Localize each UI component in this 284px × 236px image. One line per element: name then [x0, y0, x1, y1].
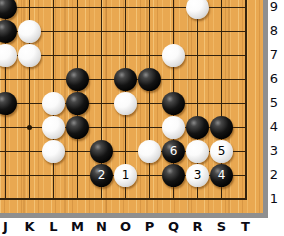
- stone-white-K7[interactable]: [18, 44, 41, 67]
- stone-white-R2[interactable]: 3: [186, 164, 209, 187]
- column-label-O: O: [118, 219, 134, 235]
- row-label-6: 6: [266, 71, 282, 87]
- grid-line-row-1: [0, 198, 247, 200]
- row-label-8: 8: [266, 23, 282, 39]
- go-board-diagram: 652134 987654321 JKLMNOPQRST: [0, 0, 284, 236]
- stone-white-Q7[interactable]: [162, 44, 185, 67]
- column-label-K: K: [22, 219, 38, 235]
- row-label-4: 4: [266, 119, 282, 135]
- column-label-S: S: [214, 219, 230, 235]
- column-label-M: M: [70, 219, 86, 235]
- column-label-L: L: [46, 219, 62, 235]
- column-label-J: J: [0, 219, 14, 235]
- stone-black-Q2[interactable]: [162, 164, 185, 187]
- stone-black-Q3[interactable]: 6: [162, 140, 185, 163]
- board-frame-bottom: [0, 213, 268, 218]
- stone-black-N2[interactable]: 2: [90, 164, 113, 187]
- stone-black-S4[interactable]: [210, 116, 233, 139]
- stone-white-Q4[interactable]: [162, 116, 185, 139]
- stone-black-P6[interactable]: [138, 68, 161, 91]
- stone-black-J8[interactable]: [0, 20, 17, 43]
- move-number-label: 3: [194, 169, 202, 181]
- stone-black-J9[interactable]: [0, 0, 17, 19]
- stone-white-R9[interactable]: [186, 0, 209, 19]
- row-label-5: 5: [266, 95, 282, 111]
- column-label-P: P: [142, 219, 158, 235]
- move-number-label: 4: [218, 169, 226, 181]
- stone-black-M6[interactable]: [66, 68, 89, 91]
- star-point-K4: [27, 125, 32, 130]
- grid-line-row-9: [0, 7, 247, 8]
- stone-black-Q5[interactable]: [162, 92, 185, 115]
- stone-black-M5[interactable]: [66, 92, 89, 115]
- stone-white-R3[interactable]: [186, 140, 209, 163]
- stone-white-O2[interactable]: 1: [114, 164, 137, 187]
- stone-black-M4[interactable]: [66, 116, 89, 139]
- stone-white-P3[interactable]: [138, 140, 161, 163]
- stone-white-L3[interactable]: [42, 140, 65, 163]
- column-label-R: R: [190, 219, 206, 235]
- row-label-2: 2: [266, 167, 282, 183]
- row-label-7: 7: [266, 47, 282, 63]
- column-label-Q: Q: [166, 219, 182, 235]
- stone-white-S3[interactable]: 5: [210, 140, 233, 163]
- stone-black-J5[interactable]: [0, 92, 17, 115]
- stone-white-K8[interactable]: [18, 20, 41, 43]
- row-label-9: 9: [266, 0, 282, 15]
- stone-white-L4[interactable]: [42, 116, 65, 139]
- stone-black-R4[interactable]: [186, 116, 209, 139]
- stone-black-S2[interactable]: 4: [210, 164, 233, 187]
- column-label-N: N: [94, 219, 110, 235]
- column-label-T: T: [238, 219, 254, 235]
- stone-white-L5[interactable]: [42, 92, 65, 115]
- stone-black-O6[interactable]: [114, 68, 137, 91]
- stone-white-O5[interactable]: [114, 92, 137, 115]
- move-number-label: 5: [218, 145, 226, 157]
- stone-black-N3[interactable]: [90, 140, 113, 163]
- stone-white-J7[interactable]: [0, 44, 17, 67]
- move-number-label: 2: [98, 169, 106, 181]
- row-label-1: 1: [266, 191, 282, 207]
- row-label-3: 3: [266, 143, 282, 159]
- move-number-label: 1: [122, 169, 130, 181]
- go-board[interactable]: 652134: [0, 0, 263, 213]
- move-number-label: 6: [170, 145, 178, 157]
